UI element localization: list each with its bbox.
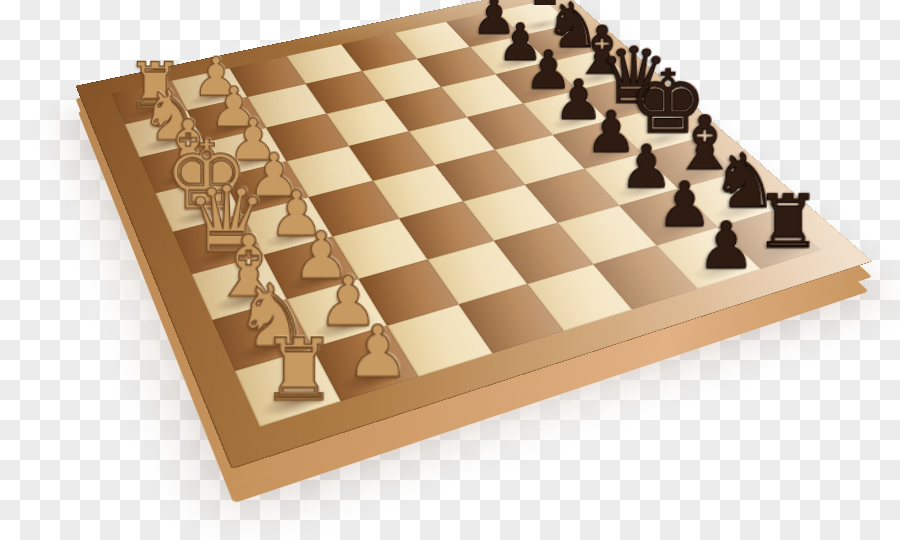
- transparent-background: ♜♟♟♜♞♟♟♞♝♟♟♝♚♟♟♛♛♟♟♚♝♟♟♝♞♟♟♞♜♟♟♜: [0, 0, 900, 540]
- black-rook[interactable]: ♜: [755, 189, 821, 257]
- chessboard: ♜♟♟♜♞♟♟♞♝♟♟♝♚♟♟♛♛♟♟♚♝♟♟♝♞♟♟♞♜♟♟♜: [76, 0, 873, 469]
- white-rook[interactable]: ♜: [261, 332, 337, 410]
- board-grid: ♜♟♟♜♞♟♟♞♝♟♟♝♚♟♟♛♛♟♟♚♝♟♟♝♞♟♟♞♜♟♟♜: [111, 0, 821, 426]
- black-pawn[interactable]: ♟: [697, 216, 755, 276]
- white-pawn[interactable]: ♟: [346, 319, 410, 385]
